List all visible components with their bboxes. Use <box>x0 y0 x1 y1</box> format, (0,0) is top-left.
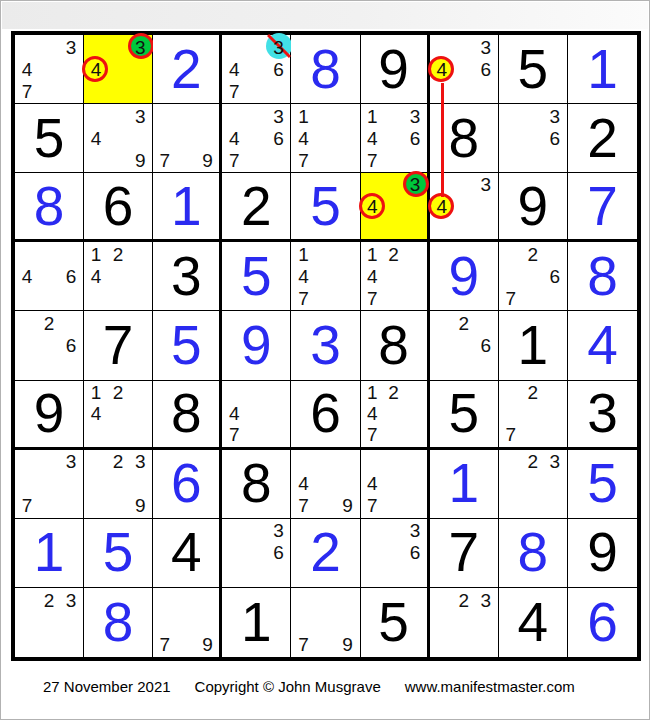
cell-r4c5[interactable]: 147 <box>291 242 360 311</box>
pencil-mark-9: 9 <box>197 634 218 656</box>
pencil-marks: 36 <box>362 520 426 586</box>
cell-r6c5[interactable]: 6 <box>291 381 360 450</box>
cell-r8c8[interactable]: 8 <box>499 519 568 588</box>
cell-r6c9[interactable]: 3 <box>568 381 637 450</box>
pencil-mark-9: 9 <box>129 495 151 517</box>
pencil-mark-6: 6 <box>60 334 82 356</box>
cell-value: 2 <box>153 35 219 103</box>
cell-r1c9[interactable]: 1 <box>568 35 637 104</box>
cell-r3c6[interactable]: 34 <box>361 173 430 242</box>
pencil-mark-3: 3 <box>60 36 82 58</box>
cell-value: 5 <box>291 173 359 239</box>
cell-r9c2[interactable]: 8 <box>84 588 153 657</box>
pencil-mark-4: 4 <box>292 473 314 495</box>
cell-r7c4[interactable]: 8 <box>222 450 291 519</box>
cell-value: 6 <box>84 173 152 239</box>
pencil-marks: 1247 <box>362 243 426 309</box>
cell-r5c8[interactable]: 1 <box>499 311 568 380</box>
cell-value: 3 <box>153 242 219 310</box>
cell-r4c3[interactable]: 3 <box>153 242 222 311</box>
footer-copyright: Copyright © John Musgrave <box>195 678 381 695</box>
pencil-mark-3: 3 <box>475 36 497 58</box>
pencil-mark-1: 1 <box>85 243 107 265</box>
cell-r5c1[interactable]: 26 <box>15 311 84 380</box>
pencil-mark-3: 3 <box>475 174 497 195</box>
pencil-mark-7: 7 <box>292 495 314 517</box>
candidate-circle-yellow <box>428 193 454 219</box>
cell-r3c5[interactable]: 5 <box>291 173 360 242</box>
cell-r8c9[interactable]: 9 <box>568 519 637 588</box>
sudoku-board: 3473423467893465153497934671471346783628… <box>11 31 641 661</box>
pencil-mark-3: 3 <box>267 520 289 542</box>
pencil-mark-7: 7 <box>362 424 383 445</box>
cell-r6c4[interactable]: 47 <box>222 381 291 450</box>
pencil-mark-3: 3 <box>544 105 566 127</box>
cell-r5c2[interactable]: 7 <box>84 311 153 380</box>
pencil-marks: 79 <box>154 105 218 171</box>
pencil-marks: 79 <box>154 589 218 656</box>
cell-value: 4 <box>568 311 637 379</box>
pencil-marks: 79 <box>292 589 358 656</box>
cell-r2c9[interactable]: 2 <box>568 104 637 173</box>
cell-r5c7[interactable]: 26 <box>430 311 499 380</box>
elimination-slash <box>267 34 291 58</box>
pencil-mark-7: 7 <box>16 495 38 517</box>
pencil-mark-4: 4 <box>292 127 314 149</box>
cell-r4c6[interactable]: 1247 <box>361 242 430 311</box>
pencil-marks: 267 <box>500 243 566 309</box>
cell-value: 5 <box>222 242 290 310</box>
cell-value: 1 <box>568 35 637 103</box>
pencil-mark-2: 2 <box>107 243 129 265</box>
cell-r9c1[interactable]: 23 <box>15 588 84 657</box>
pencil-mark-1: 1 <box>362 382 383 403</box>
cell-value: 6 <box>153 450 219 518</box>
cell-r3c2[interactable]: 6 <box>84 173 153 242</box>
pencil-mark-3: 3 <box>60 451 82 473</box>
pencil-mark-1: 1 <box>362 105 383 127</box>
pencil-marks: 23 <box>431 589 497 656</box>
pencil-marks: 124 <box>85 382 151 446</box>
cell-value: 6 <box>568 588 637 657</box>
pencil-marks: 147 <box>292 105 358 171</box>
pencil-marks: 3467 <box>223 105 289 171</box>
cell-value: 8 <box>291 35 359 103</box>
cell-r2c8[interactable]: 36 <box>499 104 568 173</box>
cell-r8c3[interactable]: 4 <box>153 519 222 588</box>
cell-r5c6[interactable]: 8 <box>361 311 430 380</box>
pencil-mark-4: 4 <box>362 265 383 287</box>
cell-r1c8[interactable]: 5 <box>499 35 568 104</box>
cell-r2c1[interactable]: 5 <box>15 104 84 173</box>
pencil-mark-4: 4 <box>362 473 383 495</box>
cell-value: 9 <box>15 381 83 447</box>
cell-r7c1[interactable]: 37 <box>15 450 84 519</box>
pencil-marks: 46 <box>16 243 82 309</box>
pencil-mark-1: 1 <box>292 243 314 265</box>
cell-value: 1 <box>222 588 290 657</box>
cell-value: 5 <box>15 104 83 172</box>
cell-r4c7[interactable]: 9 <box>430 242 499 311</box>
cell-r5c5[interactable]: 3 <box>291 311 360 380</box>
pencil-marks: 479 <box>292 451 358 517</box>
pencil-marks: 349 <box>85 105 151 171</box>
candidate-circle-green <box>128 33 154 59</box>
cell-r8c6[interactable]: 36 <box>361 519 430 588</box>
cell-value: 5 <box>84 519 152 587</box>
pencil-mark-1: 1 <box>292 105 314 127</box>
pencil-mark-4: 4 <box>223 127 245 149</box>
cell-r9c4[interactable]: 1 <box>222 588 291 657</box>
cell-r5c9[interactable]: 4 <box>568 311 637 380</box>
cell-r4c1[interactable]: 46 <box>15 242 84 311</box>
cell-r7c7[interactable]: 1 <box>430 450 499 519</box>
cell-r1c4[interactable]: 3467 <box>222 35 291 104</box>
cell-r6c1[interactable]: 9 <box>15 381 84 450</box>
pencil-mark-7: 7 <box>154 634 175 656</box>
cell-r7c5[interactable]: 479 <box>291 450 360 519</box>
pencil-mark-4: 4 <box>85 127 107 149</box>
cell-value: 7 <box>568 173 637 239</box>
pencil-marks: 13467 <box>362 105 426 171</box>
pencil-mark-7: 7 <box>154 149 175 171</box>
pencil-marks: 239 <box>85 451 151 517</box>
cell-value: 4 <box>499 588 567 657</box>
pencil-mark-7: 7 <box>500 287 522 309</box>
pencil-mark-4: 4 <box>362 127 383 149</box>
pencil-mark-7: 7 <box>223 80 245 102</box>
cell-r7c9[interactable]: 5 <box>568 450 637 519</box>
cell-r1c1[interactable]: 347 <box>15 35 84 104</box>
pencil-mark-9: 9 <box>129 149 151 171</box>
pencil-mark-6: 6 <box>60 265 82 287</box>
pencil-mark-2: 2 <box>107 382 129 403</box>
cell-r7c2[interactable]: 239 <box>84 450 153 519</box>
cell-value: 8 <box>15 173 83 239</box>
candidate-circle-cyan <box>266 33 292 59</box>
candidate-circle-yellow <box>428 56 454 82</box>
pencil-mark-6: 6 <box>544 127 566 149</box>
pencil-marks: 47 <box>223 382 289 446</box>
cell-r9c6[interactable]: 5 <box>361 588 430 657</box>
cell-value: 1 <box>499 311 567 379</box>
pencil-marks: 124 <box>85 243 151 309</box>
cell-r2c3[interactable]: 79 <box>153 104 222 173</box>
cell-value: 8 <box>84 588 152 657</box>
pencil-marks: 347 <box>16 36 82 102</box>
candidate-circle-green <box>403 171 429 197</box>
cell-r7c3[interactable]: 6 <box>153 450 222 519</box>
cell-r2c2[interactable]: 349 <box>84 104 153 173</box>
pencil-mark-6: 6 <box>404 127 425 149</box>
cell-r2c4[interactable]: 3467 <box>222 104 291 173</box>
top-strip <box>2 2 648 29</box>
cell-r3c4[interactable]: 2 <box>222 173 291 242</box>
cell-value: 1 <box>430 450 498 518</box>
cell-value: 1 <box>15 519 83 587</box>
cell-value: 2 <box>291 519 359 587</box>
cell-value: 5 <box>361 588 427 657</box>
cell-r9c7[interactable]: 23 <box>430 588 499 657</box>
pencil-mark-4: 4 <box>362 403 383 424</box>
pencil-mark-4: 4 <box>292 265 314 287</box>
cell-r8c2[interactable]: 5 <box>84 519 153 588</box>
cell-r8c5[interactable]: 2 <box>291 519 360 588</box>
page: 3473423467893465153497934671471346783628… <box>0 0 650 720</box>
pencil-mark-6: 6 <box>267 542 289 564</box>
cell-r8c1[interactable]: 1 <box>15 519 84 588</box>
pencil-marks: 47 <box>362 451 426 517</box>
cell-r3c3[interactable]: 1 <box>153 173 222 242</box>
pencil-mark-7: 7 <box>362 287 383 309</box>
pencil-mark-6: 6 <box>475 334 497 356</box>
cell-r7c8[interactable]: 23 <box>499 450 568 519</box>
pencil-mark-3: 3 <box>129 451 151 473</box>
pencil-mark-2: 2 <box>383 382 404 403</box>
cell-r1c7[interactable]: 346 <box>430 35 499 104</box>
cell-r1c5[interactable]: 8 <box>291 35 360 104</box>
pencil-mark-4: 4 <box>85 265 107 287</box>
pencil-mark-7: 7 <box>223 424 245 445</box>
cell-r2c6[interactable]: 13467 <box>361 104 430 173</box>
cell-value: 5 <box>430 381 498 447</box>
cell-r6c6[interactable]: 1247 <box>361 381 430 450</box>
pencil-mark-4: 4 <box>16 58 38 80</box>
pencil-mark-2: 2 <box>383 243 404 265</box>
pencil-marks: 23 <box>16 589 82 656</box>
cell-r4c9[interactable]: 8 <box>568 242 637 311</box>
pencil-mark-3: 3 <box>475 589 497 611</box>
candidate-circle-ring <box>82 56 108 82</box>
pencil-mark-1: 1 <box>85 382 107 403</box>
cell-value: 9 <box>430 242 498 310</box>
cell-value: 2 <box>222 173 290 239</box>
pencil-mark-2: 2 <box>38 589 60 611</box>
cell-value: 6 <box>291 381 359 447</box>
pencil-mark-6: 6 <box>404 542 425 564</box>
cell-r2c5[interactable]: 147 <box>291 104 360 173</box>
pencil-mark-2: 2 <box>453 312 475 334</box>
cell-r3c7[interactable]: 34 <box>430 173 499 242</box>
cell-value: 9 <box>361 35 427 103</box>
pencil-mark-6: 6 <box>544 265 566 287</box>
pencil-marks: 37 <box>16 451 82 517</box>
cell-r3c1[interactable]: 8 <box>15 173 84 242</box>
cell-r3c9[interactable]: 7 <box>568 173 637 242</box>
cell-r5c4[interactable]: 9 <box>222 311 291 380</box>
pencil-mark-4: 4 <box>85 403 107 424</box>
cell-value: 8 <box>153 381 219 447</box>
cell-value: 7 <box>430 519 498 587</box>
cell-r6c8[interactable]: 27 <box>499 381 568 450</box>
cell-r9c8[interactable]: 4 <box>499 588 568 657</box>
pencil-marks: 26 <box>431 312 497 378</box>
pencil-mark-4: 4 <box>223 58 245 80</box>
pencil-mark-7: 7 <box>16 80 38 102</box>
cell-value: 8 <box>499 519 567 587</box>
pencil-mark-7: 7 <box>500 424 522 445</box>
footer-date: 27 November 2021 <box>43 678 171 695</box>
cell-r7c6[interactable]: 47 <box>361 450 430 519</box>
cell-value: 2 <box>568 104 637 172</box>
cell-value: 5 <box>499 35 567 103</box>
cell-value: 9 <box>568 519 637 587</box>
cell-r8c7[interactable]: 7 <box>430 519 499 588</box>
cell-value: 3 <box>568 381 637 447</box>
pencil-mark-9: 9 <box>197 149 218 171</box>
cell-r8c4[interactable]: 36 <box>222 519 291 588</box>
pencil-mark-3: 3 <box>404 105 425 127</box>
cell-r1c3[interactable]: 2 <box>153 35 222 104</box>
pencil-mark-3: 3 <box>60 589 82 611</box>
pencil-mark-7: 7 <box>362 149 383 171</box>
cell-value: 5 <box>568 450 637 518</box>
cell-value: 8 <box>361 311 427 379</box>
cell-r1c6[interactable]: 9 <box>361 35 430 104</box>
pencil-marks: 1247 <box>362 382 426 446</box>
pencil-marks: 23 <box>500 451 566 517</box>
cell-r3c8[interactable]: 9 <box>499 173 568 242</box>
pencil-mark-2: 2 <box>522 382 544 403</box>
pencil-mark-3: 3 <box>267 105 289 127</box>
candidate-circle-ring <box>359 193 385 219</box>
cell-r6c2[interactable]: 124 <box>84 381 153 450</box>
pencil-mark-2: 2 <box>522 243 544 265</box>
cell-value: 8 <box>430 104 498 172</box>
cell-r4c8[interactable]: 267 <box>499 242 568 311</box>
pencil-mark-3: 3 <box>129 105 151 127</box>
footer: 27 November 2021 Copyright © John Musgra… <box>43 678 575 695</box>
cell-r5c3[interactable]: 5 <box>153 311 222 380</box>
cell-r1c2[interactable]: 34 <box>84 35 153 104</box>
pencil-mark-6: 6 <box>267 58 289 80</box>
pencil-mark-4: 4 <box>16 265 38 287</box>
pencil-mark-2: 2 <box>107 451 129 473</box>
pencil-marks: 147 <box>292 243 358 309</box>
cell-r6c7[interactable]: 5 <box>430 381 499 450</box>
cell-value: 7 <box>84 311 152 379</box>
cell-value: 8 <box>222 450 290 518</box>
cell-value: 9 <box>499 173 567 239</box>
cell-value: 9 <box>222 311 290 379</box>
pencil-mark-3: 3 <box>404 520 425 542</box>
cell-r9c5[interactable]: 79 <box>291 588 360 657</box>
pencil-mark-6: 6 <box>475 58 497 80</box>
pencil-mark-2: 2 <box>522 451 544 473</box>
pencil-mark-7: 7 <box>362 495 383 517</box>
cell-r4c2[interactable]: 124 <box>84 242 153 311</box>
pencil-mark-7: 7 <box>292 634 314 656</box>
pencil-mark-7: 7 <box>292 287 314 309</box>
cell-r4c4[interactable]: 5 <box>222 242 291 311</box>
pencil-mark-2: 2 <box>453 589 475 611</box>
pencil-mark-7: 7 <box>292 149 314 171</box>
pencil-marks: 36 <box>500 105 566 171</box>
pencil-marks: 36 <box>223 520 289 586</box>
pencil-mark-3: 3 <box>544 451 566 473</box>
pencil-mark-9: 9 <box>337 495 359 517</box>
cell-r9c9[interactable]: 6 <box>568 588 637 657</box>
cell-value: 3 <box>291 311 359 379</box>
cell-r6c3[interactable]: 8 <box>153 381 222 450</box>
cell-r9c3[interactable]: 79 <box>153 588 222 657</box>
pencil-mark-9: 9 <box>337 634 359 656</box>
cell-value: 8 <box>568 242 637 310</box>
footer-website: www.manifestmaster.com <box>405 678 575 695</box>
pencil-mark-6: 6 <box>267 127 289 149</box>
cell-value: 1 <box>153 173 219 239</box>
pencil-mark-4: 4 <box>223 403 245 424</box>
cell-r2c7[interactable]: 8 <box>430 104 499 173</box>
cell-value: 4 <box>153 519 219 587</box>
pencil-marks: 27 <box>500 382 566 446</box>
pencil-mark-7: 7 <box>223 149 245 171</box>
pencil-marks: 26 <box>16 312 82 378</box>
pencil-mark-2: 2 <box>38 312 60 334</box>
cell-value: 5 <box>153 311 219 379</box>
pencil-mark-1: 1 <box>362 243 383 265</box>
